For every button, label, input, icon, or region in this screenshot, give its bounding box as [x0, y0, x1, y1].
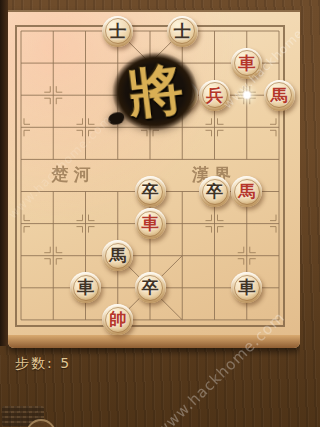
piece-black-soldier-1[interactable]: 卒	[135, 176, 166, 207]
piece-character: 馬	[271, 87, 288, 104]
piece-red-soldier-1[interactable]: 兵	[199, 80, 230, 111]
step-counter-label: 步数:	[15, 355, 54, 371]
piece-character: 車	[77, 279, 94, 296]
piece-character: 車	[238, 55, 255, 72]
step-counter-value: 5	[60, 355, 71, 371]
piece-character: 卒	[142, 183, 159, 200]
piece-character: 馬	[238, 183, 255, 200]
piece-character: 車	[238, 279, 255, 296]
river-label-left: 楚河	[51, 163, 95, 186]
app-screen: 楚河 漢界 士士車將兵馬卒卒馬車馬車卒車帥 將 步数: 5 www.hackho…	[0, 0, 300, 427]
piece-character: 士	[109, 23, 126, 40]
piece-character: 兵	[206, 87, 223, 104]
piece-character: 帥	[109, 311, 126, 328]
piece-red-horse-1[interactable]: 馬	[264, 80, 295, 111]
piece-black-advisor-1[interactable]: 士	[102, 16, 133, 47]
piece-red-chariot-1[interactable]: 車	[231, 48, 262, 79]
move-origin-marker	[242, 90, 252, 100]
piece-black-advisor-2[interactable]: 士	[167, 16, 198, 47]
piece-black-soldier-3[interactable]: 卒	[135, 272, 166, 303]
piece-character: 馬	[109, 247, 126, 264]
piece-character: 卒	[142, 279, 159, 296]
piece-red-chariot-2[interactable]: 車	[135, 208, 166, 239]
piece-character: 卒	[206, 183, 223, 200]
piece-black-soldier-2[interactable]: 卒	[199, 176, 230, 207]
check-stamp-text: 將	[123, 51, 187, 131]
piece-character: 士	[174, 23, 191, 40]
piece-character: 車	[142, 215, 159, 232]
step-counter: 步数: 5	[15, 355, 71, 373]
